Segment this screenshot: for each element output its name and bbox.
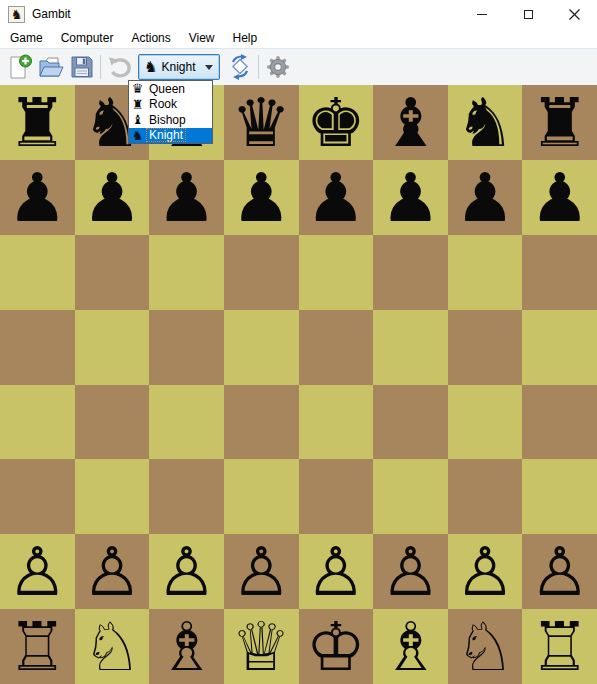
dropdown-item-queen[interactable]: ♛ Queen — [129, 81, 212, 97]
window-title: Gambit — [32, 7, 71, 21]
bishop-icon: ♝ — [129, 113, 146, 126]
piece-white-queen: ♕ — [231, 614, 291, 681]
rook-icon: ♜ — [129, 98, 146, 111]
square-f3[interactable] — [373, 459, 448, 534]
piece-white-pawn: ♙ — [157, 539, 217, 606]
square-e1[interactable]: ♔ — [299, 609, 374, 684]
square-g3[interactable] — [448, 459, 523, 534]
knight-icon: ♞ — [144, 60, 157, 75]
square-f6[interactable] — [373, 235, 448, 310]
dropdown-item-knight[interactable]: ♞ Knight — [129, 128, 212, 144]
square-g2[interactable]: ♙ — [448, 534, 523, 609]
square-d8[interactable]: ♛ — [224, 85, 299, 160]
square-g8[interactable]: ♞ — [448, 85, 523, 160]
square-h5[interactable] — [522, 310, 597, 385]
toolbar-separator — [258, 55, 259, 79]
square-f1[interactable]: ♗ — [373, 609, 448, 684]
square-h7[interactable]: ♟ — [522, 160, 597, 235]
square-c4[interactable] — [149, 385, 224, 460]
piece-white-pawn: ♙ — [455, 539, 515, 606]
square-b3[interactable] — [75, 459, 150, 534]
square-d1[interactable]: ♕ — [224, 609, 299, 684]
square-h6[interactable] — [522, 235, 597, 310]
square-a6[interactable] — [0, 235, 75, 310]
square-c5[interactable] — [149, 310, 224, 385]
piece-white-knight: ♘ — [455, 614, 515, 681]
square-f7[interactable]: ♟ — [373, 160, 448, 235]
square-e2[interactable]: ♙ — [299, 534, 374, 609]
piece-black-pawn: ♟ — [530, 165, 590, 232]
piece-white-rook: ♖ — [7, 614, 67, 681]
square-c3[interactable] — [149, 459, 224, 534]
menu-bar: Game Computer Actions View Help — [0, 28, 597, 48]
dropdown-item-rook[interactable]: ♜ Rook — [129, 97, 212, 113]
open-button[interactable] — [35, 52, 66, 82]
dropdown-item-bishop[interactable]: ♝ Bishop — [129, 112, 212, 128]
open-folder-icon — [37, 54, 64, 81]
square-a2[interactable]: ♙ — [0, 534, 75, 609]
menu-help[interactable]: Help — [224, 29, 267, 47]
gambit-window: ♞ Gambit Game Computer Actions View Help — [0, 0, 597, 684]
square-g6[interactable] — [448, 235, 523, 310]
piece-black-rook: ♜ — [530, 90, 590, 157]
square-d6[interactable] — [224, 235, 299, 310]
piece-white-bishop: ♗ — [157, 614, 217, 681]
square-e5[interactable] — [299, 310, 374, 385]
piece-white-knight: ♘ — [82, 614, 142, 681]
square-d4[interactable] — [224, 385, 299, 460]
undo-button[interactable] — [104, 52, 135, 82]
piece-white-pawn: ♙ — [231, 539, 291, 606]
window-controls — [459, 0, 597, 28]
close-button[interactable] — [551, 0, 597, 28]
piece-white-pawn: ♙ — [380, 539, 440, 606]
piece-black-queen: ♛ — [231, 90, 291, 157]
maximize-button[interactable] — [505, 0, 551, 28]
menu-computer[interactable]: Computer — [52, 29, 123, 47]
menu-game[interactable]: Game — [1, 29, 52, 47]
square-h8[interactable]: ♜ — [522, 85, 597, 160]
square-a4[interactable] — [0, 385, 75, 460]
piece-white-pawn: ♙ — [306, 539, 366, 606]
square-d3[interactable] — [224, 459, 299, 534]
square-a5[interactable] — [0, 310, 75, 385]
square-g1[interactable]: ♘ — [448, 609, 523, 684]
promotion-combobox[interactable]: ♞ Knight — [138, 54, 220, 80]
square-f2[interactable]: ♙ — [373, 534, 448, 609]
square-e3[interactable] — [299, 459, 374, 534]
square-a7[interactable]: ♟ — [0, 160, 75, 235]
square-e4[interactable] — [299, 385, 374, 460]
square-h2[interactable]: ♙ — [522, 534, 597, 609]
square-e8[interactable]: ♚ — [299, 85, 374, 160]
queen-icon: ♛ — [129, 82, 146, 95]
minimize-button[interactable] — [459, 0, 505, 28]
square-f5[interactable] — [373, 310, 448, 385]
flip-board-button[interactable] — [224, 52, 255, 82]
new-document-icon — [6, 54, 33, 81]
close-icon — [569, 9, 580, 20]
undo-arrow-icon — [107, 54, 133, 80]
square-f8[interactable]: ♝ — [373, 85, 448, 160]
save-button[interactable] — [66, 52, 97, 82]
square-a3[interactable] — [0, 459, 75, 534]
square-a8[interactable]: ♜ — [0, 85, 75, 160]
square-g7[interactable]: ♟ — [448, 160, 523, 235]
title-bar: ♞ Gambit — [0, 0, 597, 28]
square-d2[interactable]: ♙ — [224, 534, 299, 609]
piece-black-rook: ♜ — [7, 90, 67, 157]
piece-black-king: ♚ — [306, 90, 366, 157]
toolbar-separator — [100, 55, 101, 79]
toolbar: ♞ Knight — [0, 48, 597, 85]
app-knight-icon: ♞ — [8, 6, 25, 23]
square-b6[interactable] — [75, 235, 150, 310]
square-b4[interactable] — [75, 385, 150, 460]
square-c1[interactable]: ♗ — [149, 609, 224, 684]
square-c7[interactable]: ♟ — [149, 160, 224, 235]
piece-black-pawn: ♟ — [306, 165, 366, 232]
piece-black-pawn: ♟ — [82, 165, 142, 232]
chevron-down-icon — [205, 65, 213, 70]
promotion-selected-label: Knight — [161, 60, 205, 74]
gear-icon — [265, 54, 291, 80]
square-h3[interactable] — [522, 459, 597, 534]
piece-black-pawn: ♟ — [380, 165, 440, 232]
square-d7[interactable]: ♟ — [224, 160, 299, 235]
square-h1[interactable]: ♖ — [522, 609, 597, 684]
square-g5[interactable] — [448, 310, 523, 385]
piece-black-pawn: ♟ — [7, 165, 67, 232]
piece-black-knight: ♞ — [455, 90, 515, 157]
square-h4[interactable] — [522, 385, 597, 460]
square-e6[interactable] — [299, 235, 374, 310]
piece-black-bishop: ♝ — [380, 90, 440, 157]
flip-board-icon — [226, 54, 254, 80]
square-c2[interactable]: ♙ — [149, 534, 224, 609]
square-e7[interactable]: ♟ — [299, 160, 374, 235]
square-d5[interactable] — [224, 310, 299, 385]
piece-black-pawn: ♟ — [455, 165, 515, 232]
square-f4[interactable] — [373, 385, 448, 460]
piece-white-pawn: ♙ — [530, 539, 590, 606]
settings-button[interactable] — [262, 52, 293, 82]
piece-white-king: ♔ — [306, 614, 366, 681]
menu-actions[interactable]: Actions — [122, 29, 179, 47]
piece-white-rook: ♖ — [530, 614, 590, 681]
square-g4[interactable] — [448, 385, 523, 460]
save-floppy-icon — [70, 55, 94, 79]
square-b2[interactable]: ♙ — [75, 534, 150, 609]
piece-white-bishop: ♗ — [380, 614, 440, 681]
square-b5[interactable] — [75, 310, 150, 385]
square-b7[interactable]: ♟ — [75, 160, 150, 235]
piece-black-pawn: ♟ — [157, 165, 217, 232]
piece-white-pawn: ♙ — [82, 539, 142, 606]
maximize-icon — [524, 10, 533, 19]
square-b1[interactable]: ♘ — [75, 609, 150, 684]
piece-black-pawn: ♟ — [231, 165, 291, 232]
knight-icon: ♞ — [129, 129, 146, 142]
chess-board: ♜♞♝♛♚♝♞♜♟♟♟♟♟♟♟♟♙♙♙♙♙♙♙♙♖♘♗♕♔♗♘♖ — [0, 85, 597, 684]
new-game-button[interactable] — [4, 52, 35, 82]
square-a1[interactable]: ♖ — [0, 609, 75, 684]
square-c6[interactable] — [149, 235, 224, 310]
menu-view[interactable]: View — [180, 29, 224, 47]
piece-white-pawn: ♙ — [7, 539, 67, 606]
minimize-icon — [477, 14, 487, 15]
promotion-dropdown-list: ♛ Queen ♜ Rook ♝ Bishop ♞ Knight — [128, 80, 213, 144]
